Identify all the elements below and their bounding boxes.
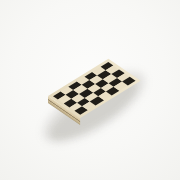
product-photo-scene [0, 0, 180, 180]
